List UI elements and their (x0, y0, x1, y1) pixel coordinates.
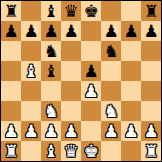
square-d2[interactable]: ♟ (61, 121, 81, 141)
square-a1[interactable]: ♜ (1, 141, 21, 161)
chess-board-window: ♜♝♛♚♜♟♟♟♟♟♟♟♞♞♝♝♟♟♞♞♟♟♟♟♟♟♟♜♝♛♚♜ (0, 0, 162, 162)
square-h4[interactable] (141, 81, 161, 101)
square-g6[interactable] (121, 41, 141, 61)
square-d3[interactable] (61, 101, 81, 121)
black-queen[interactable]: ♛ (63, 1, 78, 21)
square-d6[interactable] (61, 41, 81, 61)
square-a4[interactable] (1, 81, 21, 101)
black-bishop[interactable]: ♝ (43, 61, 58, 81)
square-e5[interactable]: ♟ (81, 61, 101, 81)
square-a5[interactable] (1, 61, 21, 81)
square-h5[interactable] (141, 61, 161, 81)
square-b2[interactable]: ♟ (21, 121, 41, 141)
square-f8[interactable] (101, 1, 121, 21)
square-b4[interactable] (21, 81, 41, 101)
square-g8[interactable] (121, 1, 141, 21)
white-bishop[interactable]: ♝ (23, 61, 38, 81)
square-h1[interactable]: ♜ (141, 141, 161, 161)
square-h8[interactable]: ♜ (141, 1, 161, 21)
square-b7[interactable]: ♟ (21, 21, 41, 41)
square-d8[interactable]: ♛ (61, 1, 81, 21)
white-pawn[interactable]: ♟ (143, 121, 158, 141)
white-bishop[interactable]: ♝ (43, 141, 58, 161)
black-pawn[interactable]: ♟ (123, 21, 138, 41)
black-king[interactable]: ♚ (83, 1, 98, 21)
square-g4[interactable] (121, 81, 141, 101)
white-knight[interactable]: ♞ (103, 101, 118, 121)
square-c8[interactable]: ♝ (41, 1, 61, 21)
white-pawn[interactable]: ♟ (123, 121, 138, 141)
square-a2[interactable]: ♟ (1, 121, 21, 141)
square-g1[interactable] (121, 141, 141, 161)
black-bishop[interactable]: ♝ (43, 1, 58, 21)
white-rook[interactable]: ♜ (143, 141, 158, 161)
square-e8[interactable]: ♚ (81, 1, 101, 21)
square-e2[interactable] (81, 121, 101, 141)
square-d4[interactable] (61, 81, 81, 101)
square-a8[interactable]: ♜ (1, 1, 21, 21)
square-e1[interactable]: ♚ (81, 141, 101, 161)
square-h3[interactable] (141, 101, 161, 121)
square-c1[interactable]: ♝ (41, 141, 61, 161)
square-f7[interactable]: ♟ (101, 21, 121, 41)
square-e7[interactable] (81, 21, 101, 41)
square-e3[interactable] (81, 101, 101, 121)
black-pawn[interactable]: ♟ (103, 21, 118, 41)
white-pawn[interactable]: ♟ (43, 121, 58, 141)
square-b1[interactable] (21, 141, 41, 161)
square-f3[interactable]: ♞ (101, 101, 121, 121)
black-rook[interactable]: ♜ (3, 1, 18, 21)
white-pawn[interactable]: ♟ (103, 121, 118, 141)
black-pawn[interactable]: ♟ (23, 21, 38, 41)
black-pawn[interactable]: ♟ (143, 21, 158, 41)
black-knight[interactable]: ♞ (103, 41, 118, 61)
square-g3[interactable] (121, 101, 141, 121)
square-e4[interactable]: ♟ (81, 81, 101, 101)
square-c4[interactable] (41, 81, 61, 101)
white-queen[interactable]: ♛ (63, 141, 78, 161)
square-a3[interactable] (1, 101, 21, 121)
square-f2[interactable]: ♟ (101, 121, 121, 141)
square-h6[interactable] (141, 41, 161, 61)
square-b5[interactable]: ♝ (21, 61, 41, 81)
square-f1[interactable] (101, 141, 121, 161)
square-a7[interactable]: ♟ (1, 21, 21, 41)
white-knight[interactable]: ♞ (43, 101, 58, 121)
square-b8[interactable] (21, 1, 41, 21)
square-c5[interactable]: ♝ (41, 61, 61, 81)
white-pawn[interactable]: ♟ (3, 121, 18, 141)
square-h2[interactable]: ♟ (141, 121, 161, 141)
square-d5[interactable] (61, 61, 81, 81)
square-f6[interactable]: ♞ (101, 41, 121, 61)
square-b3[interactable] (21, 101, 41, 121)
square-c6[interactable]: ♞ (41, 41, 61, 61)
white-rook[interactable]: ♜ (3, 141, 18, 161)
black-pawn[interactable]: ♟ (83, 61, 98, 81)
black-pawn[interactable]: ♟ (3, 21, 18, 41)
square-a6[interactable] (1, 41, 21, 61)
black-knight[interactable]: ♞ (43, 41, 58, 61)
square-b6[interactable] (21, 41, 41, 61)
square-f5[interactable] (101, 61, 121, 81)
square-g5[interactable] (121, 61, 141, 81)
black-rook[interactable]: ♜ (143, 1, 158, 21)
square-g2[interactable]: ♟ (121, 121, 141, 141)
chess-board: ♜♝♛♚♜♟♟♟♟♟♟♟♞♞♝♝♟♟♞♞♟♟♟♟♟♟♟♜♝♛♚♜ (0, 0, 162, 162)
square-d1[interactable]: ♛ (61, 141, 81, 161)
white-pawn[interactable]: ♟ (83, 81, 98, 101)
square-g7[interactable]: ♟ (121, 21, 141, 41)
black-pawn[interactable]: ♟ (63, 21, 78, 41)
square-c2[interactable]: ♟ (41, 121, 61, 141)
square-d7[interactable]: ♟ (61, 21, 81, 41)
square-c7[interactable]: ♟ (41, 21, 61, 41)
white-pawn[interactable]: ♟ (63, 121, 78, 141)
black-pawn[interactable]: ♟ (43, 21, 58, 41)
white-king[interactable]: ♚ (83, 141, 98, 161)
white-pawn[interactable]: ♟ (23, 121, 38, 141)
square-e6[interactable] (81, 41, 101, 61)
square-f4[interactable] (101, 81, 121, 101)
square-c3[interactable]: ♞ (41, 101, 61, 121)
square-h7[interactable]: ♟ (141, 21, 161, 41)
